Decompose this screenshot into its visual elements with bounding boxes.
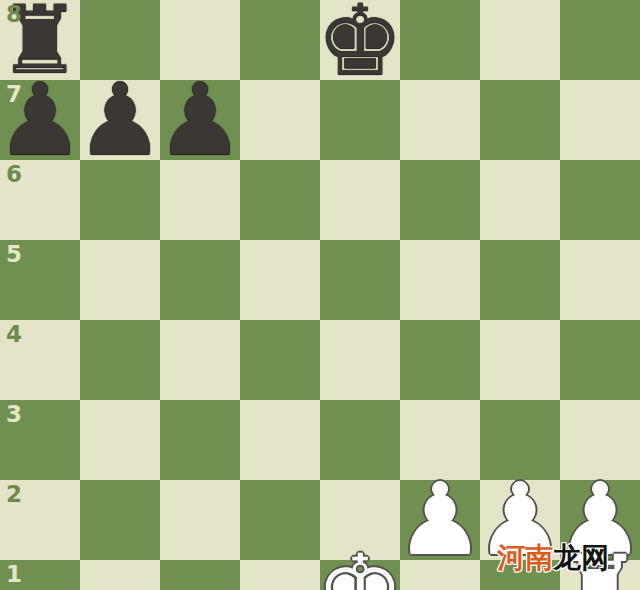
watermark-text-part1: 河南 <box>497 541 553 574</box>
square-b2[interactable] <box>80 480 160 560</box>
square-a5[interactable]: 5 <box>0 240 80 320</box>
square-e1[interactable]: ♚ <box>320 560 400 590</box>
square-g8[interactable] <box>480 0 560 80</box>
rank-label-5: 5 <box>6 240 22 268</box>
chessboard-screenshot: 8♜♚7♟♟♟65432♟♟♟1♚♜ 河南龙网 <box>0 0 640 590</box>
square-a4[interactable]: 4 <box>0 320 80 400</box>
piece-black-king[interactable]: ♚ <box>316 0 404 80</box>
square-f6[interactable] <box>400 160 480 240</box>
square-f4[interactable] <box>400 320 480 400</box>
rank-label-2: 2 <box>6 480 22 508</box>
square-f1[interactable] <box>400 560 480 590</box>
chess-board: 8♜♚7♟♟♟65432♟♟♟1♚♜ <box>0 0 640 590</box>
square-b6[interactable] <box>80 160 160 240</box>
square-e7[interactable] <box>320 80 400 160</box>
square-a3[interactable]: 3 <box>0 400 80 480</box>
square-c5[interactable] <box>160 240 240 320</box>
square-d8[interactable] <box>240 0 320 80</box>
square-g7[interactable] <box>480 80 560 160</box>
piece-white-pawn[interactable]: ♟ <box>395 480 485 560</box>
square-b1[interactable] <box>80 560 160 590</box>
square-a1[interactable]: 1 <box>0 560 80 590</box>
square-d5[interactable] <box>240 240 320 320</box>
square-b7[interactable]: ♟ <box>80 80 160 160</box>
square-h8[interactable] <box>560 0 640 80</box>
square-c2[interactable] <box>160 480 240 560</box>
square-b3[interactable] <box>80 400 160 480</box>
square-f7[interactable] <box>400 80 480 160</box>
square-a2[interactable]: 2 <box>0 480 80 560</box>
square-d7[interactable] <box>240 80 320 160</box>
rank-label-8: 8 <box>6 0 22 28</box>
square-c4[interactable] <box>160 320 240 400</box>
square-g6[interactable] <box>480 160 560 240</box>
square-g4[interactable] <box>480 320 560 400</box>
square-e3[interactable] <box>320 400 400 480</box>
square-c6[interactable] <box>160 160 240 240</box>
square-h5[interactable] <box>560 240 640 320</box>
square-c1[interactable] <box>160 560 240 590</box>
square-h7[interactable] <box>560 80 640 160</box>
square-c3[interactable] <box>160 400 240 480</box>
piece-black-pawn[interactable]: ♟ <box>75 80 165 160</box>
square-h6[interactable] <box>560 160 640 240</box>
square-g5[interactable] <box>480 240 560 320</box>
square-f5[interactable] <box>400 240 480 320</box>
rank-label-6: 6 <box>6 160 22 188</box>
square-d1[interactable] <box>240 560 320 590</box>
piece-white-king[interactable]: ♚ <box>316 550 404 590</box>
square-f8[interactable] <box>400 0 480 80</box>
rank-label-4: 4 <box>6 320 22 348</box>
watermark-text-part2: 龙网 <box>553 541 609 574</box>
square-e8[interactable]: ♚ <box>320 0 400 80</box>
square-e5[interactable] <box>320 240 400 320</box>
square-h4[interactable] <box>560 320 640 400</box>
square-d2[interactable] <box>240 480 320 560</box>
rank-label-7: 7 <box>6 80 22 108</box>
square-e6[interactable] <box>320 160 400 240</box>
square-a6[interactable]: 6 <box>0 160 80 240</box>
square-d6[interactable] <box>240 160 320 240</box>
piece-black-pawn[interactable]: ♟ <box>155 80 245 160</box>
square-a7[interactable]: 7♟ <box>0 80 80 160</box>
rank-label-3: 3 <box>6 400 22 428</box>
square-c7[interactable]: ♟ <box>160 80 240 160</box>
square-f2[interactable]: ♟ <box>400 480 480 560</box>
square-d4[interactable] <box>240 320 320 400</box>
watermark: 河南龙网 <box>497 539 609 577</box>
square-d3[interactable] <box>240 400 320 480</box>
square-b5[interactable] <box>80 240 160 320</box>
square-e4[interactable] <box>320 320 400 400</box>
rank-label-1: 1 <box>6 560 22 588</box>
square-b4[interactable] <box>80 320 160 400</box>
